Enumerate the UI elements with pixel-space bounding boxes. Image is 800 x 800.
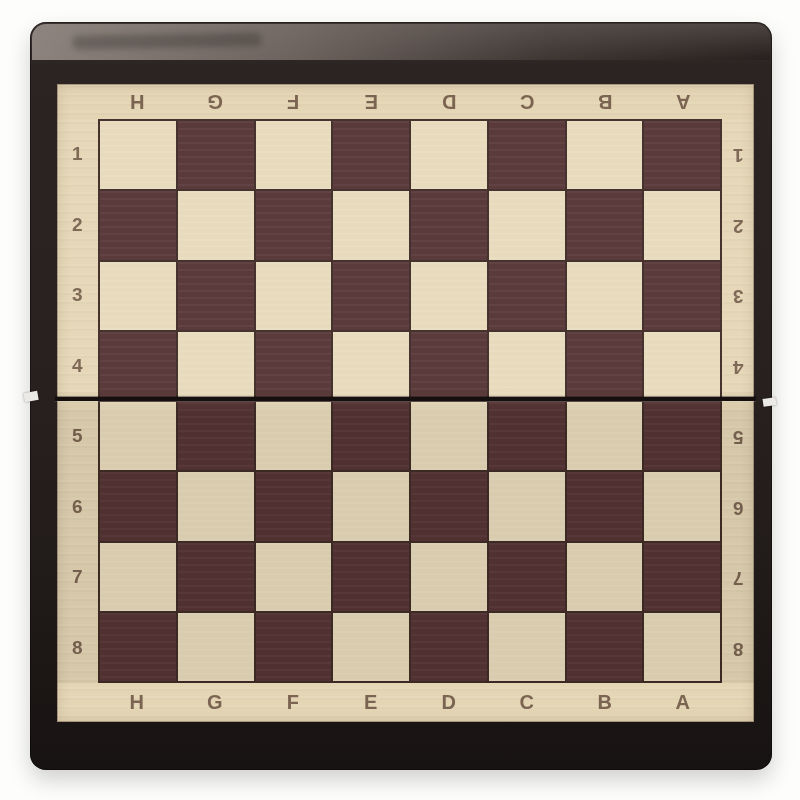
embossed-logo-mark [72, 32, 262, 49]
rank-right-label-7: 7 [722, 542, 754, 613]
rank-right-label-1: 1 [722, 119, 754, 190]
square-b1[interactable] [567, 121, 643, 189]
square-e6[interactable] [333, 472, 409, 540]
square-g3[interactable] [178, 262, 254, 330]
frame-top-bevel [32, 24, 770, 60]
file-top-label-a: A [644, 84, 722, 119]
file-bottom-label-c: C [488, 683, 566, 722]
square-h8[interactable] [100, 613, 176, 681]
square-f8[interactable] [256, 613, 332, 681]
file-bottom-label-e: E [332, 683, 410, 722]
square-f4[interactable] [256, 332, 332, 400]
rank-right-label-3: 3 [722, 260, 754, 331]
square-a4[interactable] [644, 332, 720, 400]
square-a8[interactable] [644, 613, 720, 681]
square-e1[interactable] [333, 121, 409, 189]
square-g4[interactable] [178, 332, 254, 400]
hinge-notch-right [763, 397, 777, 407]
square-g2[interactable] [178, 191, 254, 259]
square-g7[interactable] [178, 543, 254, 611]
file-labels-top: HGFEDCBA [98, 84, 722, 119]
square-d3[interactable] [411, 262, 487, 330]
rank-left-label-2: 2 [57, 190, 98, 261]
square-f6[interactable] [256, 472, 332, 540]
square-e5[interactable] [333, 402, 409, 470]
square-b3[interactable] [567, 262, 643, 330]
file-top-label-h: H [98, 84, 176, 119]
chessboard-frame: HGFEDCBA 12345678 12345678 HGFEDCBA [30, 22, 772, 770]
square-g1[interactable] [178, 121, 254, 189]
square-f2[interactable] [256, 191, 332, 259]
square-h7[interactable] [100, 543, 176, 611]
square-b7[interactable] [567, 543, 643, 611]
file-bottom-label-h: H [98, 683, 176, 722]
square-b5[interactable] [567, 402, 643, 470]
square-c1[interactable] [489, 121, 565, 189]
square-c8[interactable] [489, 613, 565, 681]
square-e8[interactable] [333, 613, 409, 681]
square-a7[interactable] [644, 543, 720, 611]
square-e3[interactable] [333, 262, 409, 330]
square-f3[interactable] [256, 262, 332, 330]
rank-right-label-6: 6 [722, 472, 754, 543]
square-a6[interactable] [644, 472, 720, 540]
rank-labels-left: 12345678 [57, 119, 98, 683]
file-top-label-b: B [566, 84, 644, 119]
square-d1[interactable] [411, 121, 487, 189]
rank-left-label-6: 6 [57, 472, 98, 543]
board-surface: HGFEDCBA 12345678 12345678 HGFEDCBA [57, 84, 754, 722]
square-b2[interactable] [567, 191, 643, 259]
square-a3[interactable] [644, 262, 720, 330]
rank-right-label-5: 5 [722, 401, 754, 472]
file-top-label-d: D [410, 84, 488, 119]
rank-left-label-1: 1 [57, 119, 98, 190]
square-h6[interactable] [100, 472, 176, 540]
square-f1[interactable] [256, 121, 332, 189]
square-e7[interactable] [333, 543, 409, 611]
rank-left-label-8: 8 [57, 613, 98, 684]
square-d8[interactable] [411, 613, 487, 681]
square-c6[interactable] [489, 472, 565, 540]
square-d6[interactable] [411, 472, 487, 540]
square-c3[interactable] [489, 262, 565, 330]
square-d4[interactable] [411, 332, 487, 400]
square-h4[interactable] [100, 332, 176, 400]
square-c7[interactable] [489, 543, 565, 611]
square-a2[interactable] [644, 191, 720, 259]
file-top-label-g: G [176, 84, 254, 119]
square-g5[interactable] [178, 402, 254, 470]
file-bottom-label-b: B [566, 683, 644, 722]
file-labels-bottom: HGFEDCBA [98, 683, 722, 722]
square-c2[interactable] [489, 191, 565, 259]
square-d5[interactable] [411, 402, 487, 470]
square-a1[interactable] [644, 121, 720, 189]
square-g6[interactable] [178, 472, 254, 540]
file-bottom-label-d: D [410, 683, 488, 722]
board-grid [98, 119, 722, 683]
square-c5[interactable] [489, 402, 565, 470]
square-b8[interactable] [567, 613, 643, 681]
file-bottom-label-g: G [176, 683, 254, 722]
square-e4[interactable] [333, 332, 409, 400]
square-h5[interactable] [100, 402, 176, 470]
file-bottom-label-f: F [254, 683, 332, 722]
square-c4[interactable] [489, 332, 565, 400]
square-f7[interactable] [256, 543, 332, 611]
square-d7[interactable] [411, 543, 487, 611]
photo-background: HGFEDCBA 12345678 12345678 HGFEDCBA [0, 0, 800, 800]
square-b6[interactable] [567, 472, 643, 540]
file-top-label-f: F [254, 84, 332, 119]
square-d2[interactable] [411, 191, 487, 259]
rank-left-label-3: 3 [57, 260, 98, 331]
square-h2[interactable] [100, 191, 176, 259]
square-f5[interactable] [256, 402, 332, 470]
square-g8[interactable] [178, 613, 254, 681]
rank-left-label-7: 7 [57, 542, 98, 613]
file-top-label-e: E [332, 84, 410, 119]
square-h1[interactable] [100, 121, 176, 189]
file-bottom-label-a: A [644, 683, 722, 722]
square-h3[interactable] [100, 262, 176, 330]
rank-right-label-8: 8 [722, 613, 754, 684]
rank-labels-right: 12345678 [722, 119, 754, 683]
square-a5[interactable] [644, 402, 720, 470]
rank-left-label-4: 4 [57, 331, 98, 402]
square-e2[interactable] [333, 191, 409, 259]
square-b4[interactable] [567, 332, 643, 400]
rank-right-label-2: 2 [722, 190, 754, 261]
file-top-label-c: C [488, 84, 566, 119]
rank-right-label-4: 4 [722, 331, 754, 402]
rank-left-label-5: 5 [57, 401, 98, 472]
